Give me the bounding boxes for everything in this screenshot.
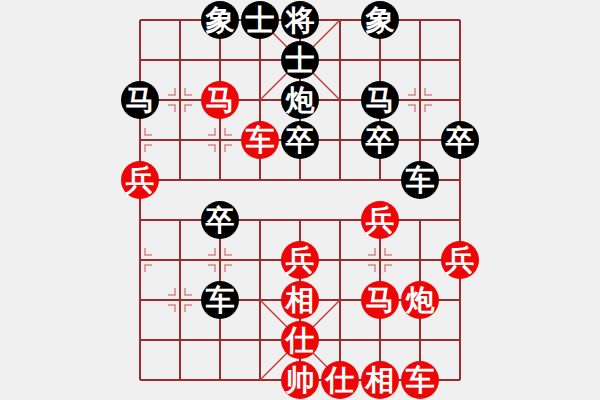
- board-points-grid: 象士将象士马马炮马车卒卒卒兵车卒兵兵兵车相马炮仕帅仕相车: [120, 0, 480, 400]
- piece-red-horse[interactable]: 马: [361, 281, 399, 319]
- piece-black-advisor[interactable]: 士: [281, 41, 319, 79]
- piece-black-chariot[interactable]: 车: [201, 281, 239, 319]
- piece-black-cannon[interactable]: 炮: [281, 81, 319, 119]
- piece-black-advisor[interactable]: 士: [241, 1, 279, 39]
- piece-red-soldier[interactable]: 兵: [281, 241, 319, 279]
- piece-red-advisor[interactable]: 仕: [281, 321, 319, 359]
- piece-black-soldier[interactable]: 卒: [281, 121, 319, 159]
- piece-red-horse[interactable]: 马: [201, 81, 239, 119]
- piece-red-elephant[interactable]: 相: [281, 281, 319, 319]
- piece-red-general[interactable]: 帅: [281, 361, 319, 399]
- piece-red-chariot[interactable]: 车: [401, 361, 439, 399]
- piece-black-soldier[interactable]: 卒: [361, 121, 399, 159]
- piece-red-soldier[interactable]: 兵: [361, 201, 399, 239]
- piece-black-chariot[interactable]: 车: [401, 161, 439, 199]
- piece-black-horse[interactable]: 马: [361, 81, 399, 119]
- piece-red-cannon[interactable]: 炮: [401, 281, 439, 319]
- xiangqi-board: 象士将象士马马炮马车卒卒卒兵车卒兵兵兵车相马炮仕帅仕相车: [0, 0, 600, 400]
- piece-red-soldier[interactable]: 兵: [441, 241, 479, 279]
- piece-black-elephant[interactable]: 象: [361, 1, 399, 39]
- piece-red-chariot[interactable]: 车: [241, 121, 279, 159]
- piece-black-horse[interactable]: 马: [121, 81, 159, 119]
- piece-red-elephant[interactable]: 相: [361, 361, 399, 399]
- piece-red-soldier[interactable]: 兵: [121, 161, 159, 199]
- piece-black-general[interactable]: 将: [281, 1, 319, 39]
- piece-red-advisor[interactable]: 仕: [321, 361, 359, 399]
- piece-black-soldier[interactable]: 卒: [441, 121, 479, 159]
- piece-black-soldier[interactable]: 卒: [201, 201, 239, 239]
- piece-black-elephant[interactable]: 象: [201, 1, 239, 39]
